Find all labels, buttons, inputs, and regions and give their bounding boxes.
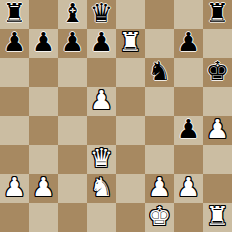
piece-black-bishop[interactable]: ♝ bbox=[61, 0, 84, 28]
square-c2[interactable] bbox=[58, 174, 87, 203]
square-d1[interactable] bbox=[87, 203, 116, 232]
piece-white-pawn[interactable]: ♟ bbox=[3, 174, 26, 202]
square-b8[interactable] bbox=[29, 0, 58, 29]
square-c7[interactable]: ♟ bbox=[58, 29, 87, 58]
square-h7[interactable] bbox=[203, 29, 232, 58]
square-b4[interactable] bbox=[29, 116, 58, 145]
piece-black-pawn[interactable]: ♟ bbox=[3, 29, 26, 57]
square-h4[interactable]: ♟ bbox=[203, 116, 232, 145]
square-b3[interactable] bbox=[29, 145, 58, 174]
square-b5[interactable] bbox=[29, 87, 58, 116]
square-a3[interactable] bbox=[0, 145, 29, 174]
piece-white-rook[interactable]: ♜ bbox=[206, 203, 229, 231]
piece-white-rook[interactable]: ♜ bbox=[119, 29, 142, 57]
square-h3[interactable] bbox=[203, 145, 232, 174]
piece-black-pawn[interactable]: ♟ bbox=[90, 29, 113, 57]
square-d8[interactable]: ♛ bbox=[87, 0, 116, 29]
piece-black-pawn[interactable]: ♟ bbox=[177, 29, 200, 57]
square-e1[interactable] bbox=[116, 203, 145, 232]
square-e3[interactable] bbox=[116, 145, 145, 174]
square-c1[interactable] bbox=[58, 203, 87, 232]
square-f4[interactable] bbox=[145, 116, 174, 145]
piece-black-pawn[interactable]: ♟ bbox=[177, 116, 200, 144]
square-c5[interactable] bbox=[58, 87, 87, 116]
square-c8[interactable]: ♝ bbox=[58, 0, 87, 29]
square-b7[interactable]: ♟ bbox=[29, 29, 58, 58]
square-f6[interactable]: ♞ bbox=[145, 58, 174, 87]
piece-black-rook[interactable]: ♜ bbox=[3, 0, 26, 28]
square-g5[interactable] bbox=[174, 87, 203, 116]
square-c6[interactable] bbox=[58, 58, 87, 87]
square-h2[interactable] bbox=[203, 174, 232, 203]
square-a8[interactable]: ♜ bbox=[0, 0, 29, 29]
square-h1[interactable]: ♜ bbox=[203, 203, 232, 232]
chess-board: ♜♝♛♜♟♟♟♟♜♟♞♚♟♟♟♛♟♟♞♟♟♚♜ bbox=[0, 0, 232, 232]
square-g8[interactable] bbox=[174, 0, 203, 29]
square-e7[interactable]: ♜ bbox=[116, 29, 145, 58]
piece-black-queen[interactable]: ♛ bbox=[90, 0, 113, 28]
square-e5[interactable] bbox=[116, 87, 145, 116]
square-f3[interactable] bbox=[145, 145, 174, 174]
square-h8[interactable]: ♜ bbox=[203, 0, 232, 29]
square-d7[interactable]: ♟ bbox=[87, 29, 116, 58]
square-g2[interactable]: ♟ bbox=[174, 174, 203, 203]
square-a7[interactable]: ♟ bbox=[0, 29, 29, 58]
square-d4[interactable] bbox=[87, 116, 116, 145]
square-e6[interactable] bbox=[116, 58, 145, 87]
piece-black-pawn[interactable]: ♟ bbox=[61, 29, 84, 57]
square-e4[interactable] bbox=[116, 116, 145, 145]
square-d5[interactable]: ♟ bbox=[87, 87, 116, 116]
square-b1[interactable] bbox=[29, 203, 58, 232]
piece-white-knight[interactable]: ♞ bbox=[90, 174, 113, 202]
square-d3[interactable]: ♛ bbox=[87, 145, 116, 174]
square-h5[interactable] bbox=[203, 87, 232, 116]
piece-white-pawn[interactable]: ♟ bbox=[206, 116, 229, 144]
square-f2[interactable]: ♟ bbox=[145, 174, 174, 203]
square-c4[interactable] bbox=[58, 116, 87, 145]
square-f7[interactable] bbox=[145, 29, 174, 58]
piece-white-pawn[interactable]: ♟ bbox=[90, 87, 113, 115]
square-a5[interactable] bbox=[0, 87, 29, 116]
square-a2[interactable]: ♟ bbox=[0, 174, 29, 203]
square-h6[interactable]: ♚ bbox=[203, 58, 232, 87]
square-b2[interactable]: ♟ bbox=[29, 174, 58, 203]
square-e8[interactable] bbox=[116, 0, 145, 29]
square-c3[interactable] bbox=[58, 145, 87, 174]
square-g6[interactable] bbox=[174, 58, 203, 87]
square-e2[interactable] bbox=[116, 174, 145, 203]
square-d2[interactable]: ♞ bbox=[87, 174, 116, 203]
piece-black-knight[interactable]: ♞ bbox=[148, 58, 171, 86]
piece-black-pawn[interactable]: ♟ bbox=[32, 29, 55, 57]
square-b6[interactable] bbox=[29, 58, 58, 87]
square-g1[interactable] bbox=[174, 203, 203, 232]
square-a6[interactable] bbox=[0, 58, 29, 87]
square-a4[interactable] bbox=[0, 116, 29, 145]
square-d6[interactable] bbox=[87, 58, 116, 87]
square-g4[interactable]: ♟ bbox=[174, 116, 203, 145]
piece-black-king[interactable]: ♚ bbox=[206, 58, 229, 86]
piece-white-pawn[interactable]: ♟ bbox=[148, 174, 171, 202]
square-f5[interactable] bbox=[145, 87, 174, 116]
square-f8[interactable] bbox=[145, 0, 174, 29]
piece-black-rook[interactable]: ♜ bbox=[206, 0, 229, 28]
square-g3[interactable] bbox=[174, 145, 203, 174]
piece-white-king[interactable]: ♚ bbox=[148, 203, 171, 231]
piece-white-pawn[interactable]: ♟ bbox=[177, 174, 200, 202]
square-g7[interactable]: ♟ bbox=[174, 29, 203, 58]
square-a1[interactable] bbox=[0, 203, 29, 232]
piece-white-queen[interactable]: ♛ bbox=[90, 145, 113, 173]
square-f1[interactable]: ♚ bbox=[145, 203, 174, 232]
piece-white-pawn[interactable]: ♟ bbox=[32, 174, 55, 202]
